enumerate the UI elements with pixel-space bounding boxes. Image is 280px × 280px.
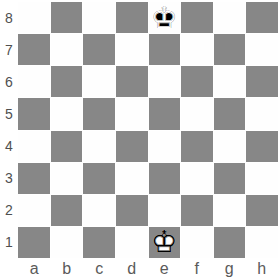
rank-label-6: 6 — [0, 66, 18, 98]
square-e4[interactable] — [149, 131, 181, 162]
rank-label-5: 5 — [0, 98, 18, 130]
square-e5[interactable] — [149, 98, 181, 129]
square-f8[interactable] — [181, 2, 213, 33]
square-b6[interactable] — [51, 66, 83, 97]
square-e8[interactable]: ♚♔ — [149, 2, 181, 33]
chess-board: ♚♔♚♔ — [18, 2, 278, 258]
square-e1[interactable]: ♚♔ — [149, 227, 181, 258]
square-d6[interactable] — [116, 66, 148, 97]
square-c5[interactable] — [83, 98, 115, 129]
rank-labels: 87654321 — [0, 2, 18, 258]
square-e2[interactable] — [149, 195, 181, 226]
square-g4[interactable] — [214, 131, 246, 162]
file-label-g: g — [213, 258, 246, 280]
square-f1[interactable] — [181, 227, 213, 258]
square-f7[interactable] — [181, 34, 213, 65]
rank-label-2: 2 — [0, 194, 18, 226]
square-d7[interactable] — [116, 34, 148, 65]
chess-diagram: 87654321 ♚♔♚♔ abcdefgh — [0, 0, 280, 280]
file-label-b: b — [51, 258, 84, 280]
white-king[interactable]: ♚♔ — [149, 227, 181, 258]
square-e6[interactable] — [149, 66, 181, 97]
rank-label-8: 8 — [0, 2, 18, 34]
square-f5[interactable] — [181, 98, 213, 129]
file-label-e: e — [148, 258, 181, 280]
square-e3[interactable] — [149, 163, 181, 194]
square-b2[interactable] — [51, 195, 83, 226]
square-h6[interactable] — [246, 66, 278, 97]
square-c8[interactable] — [83, 2, 115, 33]
square-c1[interactable] — [83, 227, 115, 258]
square-h2[interactable] — [246, 195, 278, 226]
square-h5[interactable] — [246, 98, 278, 129]
square-a6[interactable] — [18, 66, 50, 97]
rank-label-3: 3 — [0, 162, 18, 194]
rank-label-7: 7 — [0, 34, 18, 66]
square-a1[interactable] — [18, 227, 50, 258]
black-king[interactable]: ♚♔ — [149, 2, 181, 33]
square-a7[interactable] — [18, 34, 50, 65]
square-b3[interactable] — [51, 163, 83, 194]
square-c7[interactable] — [83, 34, 115, 65]
square-f6[interactable] — [181, 66, 213, 97]
square-f3[interactable] — [181, 163, 213, 194]
square-g8[interactable] — [214, 2, 246, 33]
square-a8[interactable] — [18, 2, 50, 33]
square-e7[interactable] — [149, 34, 181, 65]
square-d8[interactable] — [116, 2, 148, 33]
file-label-f: f — [181, 258, 214, 280]
square-f4[interactable] — [181, 131, 213, 162]
square-b8[interactable] — [51, 2, 83, 33]
file-labels: abcdefgh — [18, 258, 278, 280]
black-king-outline: ♔ — [151, 3, 178, 33]
square-c3[interactable] — [83, 163, 115, 194]
square-c2[interactable] — [83, 195, 115, 226]
square-h4[interactable] — [246, 131, 278, 162]
file-label-d: d — [116, 258, 149, 280]
square-d4[interactable] — [116, 131, 148, 162]
file-label-c: c — [83, 258, 116, 280]
square-b4[interactable] — [51, 131, 83, 162]
square-g3[interactable] — [214, 163, 246, 194]
square-a5[interactable] — [18, 98, 50, 129]
rank-label-1: 1 — [0, 226, 18, 258]
square-h8[interactable] — [246, 2, 278, 33]
square-g7[interactable] — [214, 34, 246, 65]
square-b5[interactable] — [51, 98, 83, 129]
square-g6[interactable] — [214, 66, 246, 97]
square-a2[interactable] — [18, 195, 50, 226]
square-d3[interactable] — [116, 163, 148, 194]
square-c6[interactable] — [83, 66, 115, 97]
square-g2[interactable] — [214, 195, 246, 226]
file-label-a: a — [18, 258, 51, 280]
square-d5[interactable] — [116, 98, 148, 129]
square-h7[interactable] — [246, 34, 278, 65]
file-label-h: h — [246, 258, 279, 280]
square-d2[interactable] — [116, 195, 148, 226]
square-g5[interactable] — [214, 98, 246, 129]
square-c4[interactable] — [83, 131, 115, 162]
square-h1[interactable] — [246, 227, 278, 258]
square-f2[interactable] — [181, 195, 213, 226]
square-b7[interactable] — [51, 34, 83, 65]
square-a3[interactable] — [18, 163, 50, 194]
square-a4[interactable] — [18, 131, 50, 162]
square-h3[interactable] — [246, 163, 278, 194]
square-g1[interactable] — [214, 227, 246, 258]
white-king-outline: ♔ — [151, 227, 178, 257]
square-b1[interactable] — [51, 227, 83, 258]
rank-label-4: 4 — [0, 130, 18, 162]
square-d1[interactable] — [116, 227, 148, 258]
